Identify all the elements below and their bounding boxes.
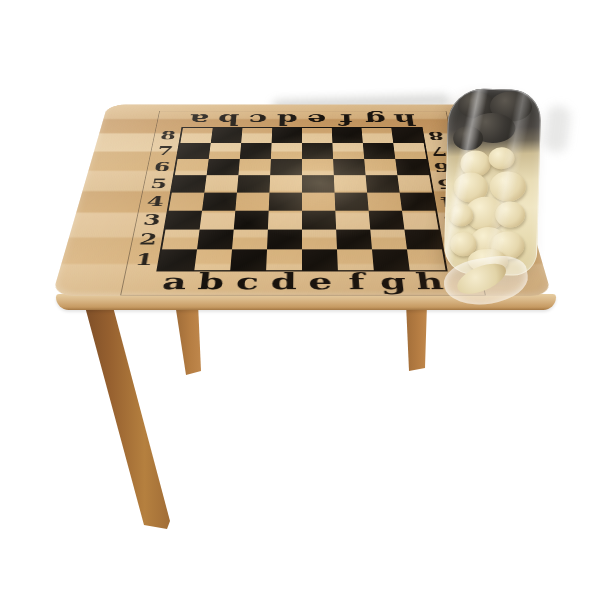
- square-d6: [270, 159, 302, 175]
- file-label-bottom-d: d: [265, 269, 302, 294]
- square-c5: [237, 175, 270, 192]
- square-a6: [175, 159, 209, 175]
- square-d4: [269, 193, 302, 211]
- rank-label-left-6: 6: [146, 159, 177, 175]
- square-h3: [402, 211, 439, 230]
- square-f6: [333, 159, 366, 175]
- square-a5: [172, 175, 207, 192]
- dark-chess-pieces-blob: [453, 126, 484, 151]
- square-g8: [362, 128, 394, 143]
- table-leg-rear-right: [404, 303, 431, 371]
- square-b8: [211, 128, 243, 143]
- table-leg-front-left: [82, 303, 174, 529]
- square-f2: [336, 230, 372, 250]
- square-d1: [266, 249, 302, 270]
- light-chess-piece-blob: [488, 147, 515, 170]
- file-label-bottom-f: f: [338, 269, 376, 294]
- square-a3: [165, 211, 202, 230]
- rank-label-left-8: 8: [153, 128, 183, 143]
- table-leg-rear-left: [172, 303, 204, 375]
- board-light-glare: [157, 127, 444, 269]
- file-label-top-h: h: [389, 111, 421, 127]
- square-h6: [395, 159, 429, 175]
- rank-label-left-1: 1: [126, 249, 162, 270]
- light-chess-piece-blob: [490, 171, 527, 202]
- file-label-top-g: g: [360, 111, 391, 127]
- file-label-top-e: e: [302, 111, 332, 127]
- square-f1: [337, 249, 374, 270]
- file-label-bottom-a: a: [154, 269, 194, 294]
- square-c8: [241, 128, 272, 143]
- rank-label-left-2: 2: [131, 230, 166, 250]
- square-a1: [158, 249, 197, 270]
- square-h7: [393, 143, 426, 159]
- square-c7: [240, 143, 272, 159]
- board-outline: [120, 111, 486, 295]
- light-chess-piece-blob: [495, 201, 526, 228]
- rank-label-left-3: 3: [135, 211, 169, 230]
- file-labels-bottom: abcdefgh: [154, 269, 449, 294]
- file-label-bottom-g: g: [374, 269, 413, 294]
- square-a2: [162, 230, 200, 250]
- square-b7: [209, 143, 241, 159]
- rank-label-left-7: 7: [150, 143, 180, 159]
- square-d2: [267, 230, 302, 250]
- file-label-bottom-e: e: [302, 269, 339, 294]
- square-g6: [364, 159, 397, 175]
- square-g3: [369, 211, 405, 230]
- pieces-bag: [444, 88, 542, 276]
- square-e2: [302, 230, 337, 250]
- square-g7: [363, 143, 395, 159]
- square-e8: [302, 128, 332, 143]
- square-e3: [302, 211, 336, 230]
- square-c2: [232, 230, 268, 250]
- file-label-top-f: f: [331, 111, 361, 127]
- square-d5: [269, 175, 302, 192]
- square-c1: [230, 249, 267, 270]
- file-labels-top: abcdefgh: [183, 111, 421, 127]
- rank-label-left-4: 4: [139, 193, 172, 211]
- square-f5: [334, 175, 367, 192]
- square-a7: [178, 143, 211, 159]
- light-chess-piece-blob: [450, 232, 477, 257]
- square-g1: [372, 249, 410, 270]
- dark-chess-pieces-blob: [469, 112, 516, 143]
- square-c3: [234, 211, 269, 230]
- square-e1: [302, 249, 338, 270]
- square-d7: [271, 143, 302, 159]
- square-b6: [207, 159, 240, 175]
- table-leg-front-right: [424, 302, 502, 528]
- file-label-top-a: a: [183, 111, 215, 127]
- square-b3: [200, 211, 236, 230]
- rank-label-left-5: 5: [143, 175, 175, 192]
- square-e4: [302, 193, 335, 211]
- scene: { "game": "chess", "position": "8/8/8/8/…: [0, 0, 592, 592]
- light-chess-piece-blob: [453, 172, 488, 203]
- square-b4: [202, 193, 237, 211]
- square-g5: [366, 175, 400, 192]
- square-b2: [197, 230, 234, 250]
- square-a8: [180, 128, 212, 143]
- file-label-bottom-b: b: [191, 269, 230, 294]
- square-d3: [268, 211, 302, 230]
- square-h2: [404, 230, 442, 250]
- light-chess-piece-blob: [465, 196, 506, 231]
- square-h5: [397, 175, 432, 192]
- square-e7: [302, 143, 333, 159]
- square-b5: [204, 175, 238, 192]
- square-f8: [332, 128, 363, 143]
- square-f3: [335, 211, 370, 230]
- light-chess-piece-blob: [470, 226, 507, 257]
- light-chess-piece-blob: [460, 150, 491, 177]
- square-h8: [391, 128, 423, 143]
- square-d8: [272, 128, 302, 143]
- file-label-top-d: d: [272, 111, 302, 127]
- square-b1: [194, 249, 232, 270]
- light-chess-piece-blob: [449, 204, 474, 227]
- file-label-top-c: c: [242, 111, 272, 127]
- dark-chess-pieces-blob: [490, 91, 533, 122]
- dark-chess-pieces-blob: [458, 92, 497, 119]
- file-label-top-b: b: [213, 111, 244, 127]
- square-g2: [370, 230, 407, 250]
- file-label-bottom-c: c: [228, 269, 266, 294]
- square-c4: [235, 193, 269, 211]
- background-shadow-streak-right: [542, 105, 571, 154]
- square-a4: [169, 193, 205, 211]
- square-h1: [407, 249, 446, 270]
- square-g4: [367, 193, 402, 211]
- square-f4: [335, 193, 369, 211]
- square-h4: [400, 193, 436, 211]
- light-knight-piece-blob: [453, 257, 510, 299]
- square-e6: [302, 159, 334, 175]
- square-f7: [332, 143, 364, 159]
- square-c6: [238, 159, 271, 175]
- square-e5: [302, 175, 335, 192]
- chessboard: [156, 127, 447, 271]
- rank-labels-left: 87654321: [126, 128, 183, 270]
